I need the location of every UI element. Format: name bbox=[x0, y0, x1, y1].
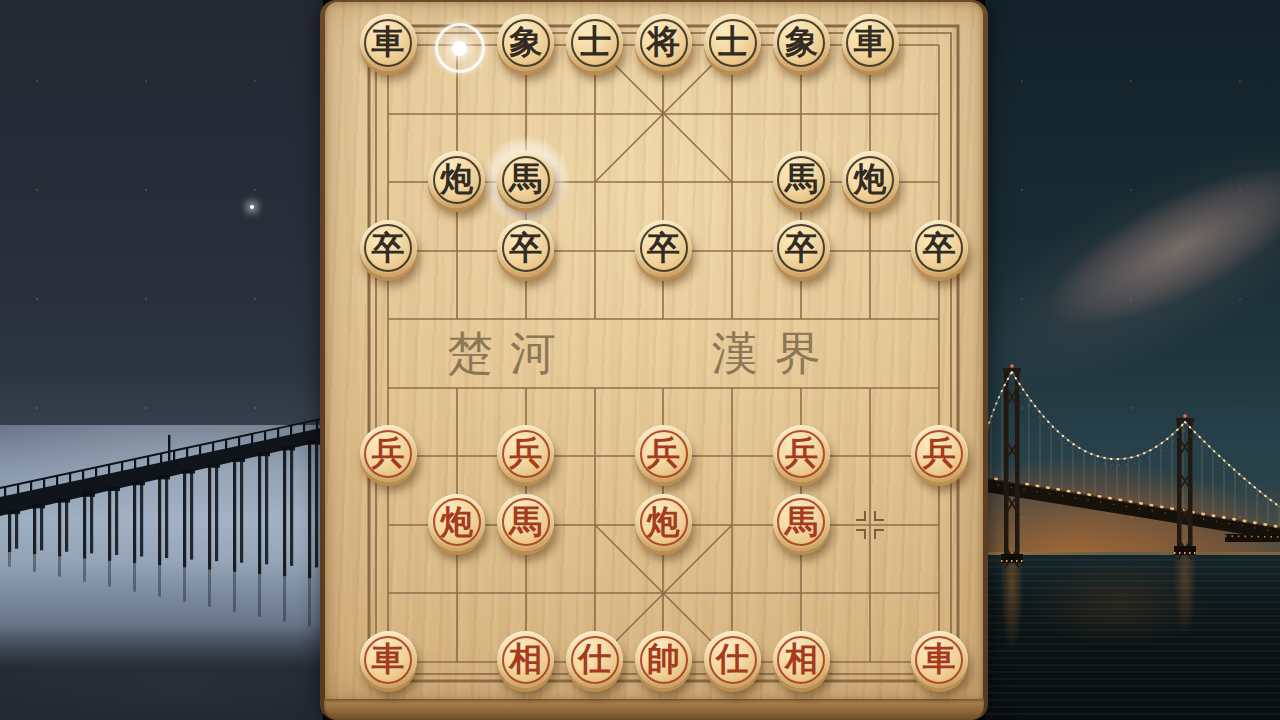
piece-disc: 士 bbox=[566, 14, 623, 71]
piece-glyph: 車 bbox=[360, 13, 417, 70]
piece-red-horse[interactable]: 馬 bbox=[773, 494, 830, 551]
piece-red-horse[interactable]: 馬 bbox=[497, 494, 554, 551]
piece-black-horse[interactable]: 馬 bbox=[497, 151, 554, 208]
piece-red-chariot[interactable]: 車 bbox=[360, 631, 417, 688]
piece-disc: 兵 bbox=[911, 425, 968, 482]
pier-silhouette bbox=[0, 0, 323, 720]
piece-glyph: 相 bbox=[497, 630, 554, 687]
piece-black-cannon[interactable]: 炮 bbox=[842, 151, 899, 208]
background-left-pier bbox=[0, 0, 323, 720]
piece-disc: 卒 bbox=[635, 220, 692, 277]
piece-glyph: 仕 bbox=[566, 630, 623, 687]
piece-glyph: 馬 bbox=[773, 493, 830, 550]
piece-glyph: 車 bbox=[842, 13, 899, 70]
bridge-silhouette bbox=[985, 0, 1280, 720]
piece-black-soldier[interactable]: 卒 bbox=[773, 220, 830, 277]
piece-glyph: 馬 bbox=[497, 150, 554, 207]
piece-disc: 士 bbox=[704, 14, 761, 71]
last-move-point-marker bbox=[850, 505, 890, 545]
piece-red-advisor[interactable]: 仕 bbox=[704, 631, 761, 688]
piece-disc: 卒 bbox=[773, 220, 830, 277]
piece-disc: 兵 bbox=[360, 425, 417, 482]
piece-red-soldier[interactable]: 兵 bbox=[360, 425, 417, 482]
piece-glyph: 卒 bbox=[635, 219, 692, 276]
piece-red-chariot[interactable]: 車 bbox=[911, 631, 968, 688]
piece-disc: 馬 bbox=[497, 151, 554, 208]
piece-disc: 象 bbox=[773, 14, 830, 71]
piece-disc: 炮 bbox=[428, 494, 485, 551]
piece-black-soldier[interactable]: 卒 bbox=[635, 220, 692, 277]
piece-black-horse[interactable]: 馬 bbox=[773, 151, 830, 208]
piece-disc: 馬 bbox=[773, 151, 830, 208]
piece-glyph: 馬 bbox=[497, 493, 554, 550]
piece-glyph: 象 bbox=[773, 13, 830, 70]
piece-red-general[interactable]: 帥 bbox=[635, 631, 692, 688]
piece-disc: 兵 bbox=[497, 425, 554, 482]
piece-red-advisor[interactable]: 仕 bbox=[566, 631, 623, 688]
piece-black-advisor[interactable]: 士 bbox=[566, 14, 623, 71]
piece-black-cannon[interactable]: 炮 bbox=[428, 151, 485, 208]
piece-layer: 車象士将士象車炮馬馬炮卒卒卒卒卒兵兵兵兵兵炮馬炮馬車相仕帥仕相車 bbox=[320, 0, 988, 720]
last-move-origin-glow bbox=[435, 23, 485, 73]
piece-black-general[interactable]: 将 bbox=[635, 14, 692, 71]
piece-glyph: 炮 bbox=[428, 493, 485, 550]
piece-red-elephant[interactable]: 相 bbox=[497, 631, 554, 688]
piece-glyph: 車 bbox=[360, 630, 417, 687]
piece-red-soldier[interactable]: 兵 bbox=[773, 425, 830, 482]
piece-glyph: 士 bbox=[704, 13, 761, 70]
piece-disc: 象 bbox=[497, 14, 554, 71]
piece-black-soldier[interactable]: 卒 bbox=[911, 220, 968, 277]
piece-black-advisor[interactable]: 士 bbox=[704, 14, 761, 71]
piece-glyph: 馬 bbox=[773, 150, 830, 207]
xiangqi-board: 楚河 漢界 車象士将士象車炮馬馬炮卒卒卒卒卒兵兵兵兵兵炮馬炮馬車相仕帥仕相車 bbox=[320, 0, 988, 720]
piece-glyph: 車 bbox=[911, 630, 968, 687]
piece-disc: 炮 bbox=[842, 151, 899, 208]
piece-disc: 相 bbox=[497, 631, 554, 688]
piece-black-soldier[interactable]: 卒 bbox=[497, 220, 554, 277]
piece-disc: 相 bbox=[773, 631, 830, 688]
piece-disc: 炮 bbox=[428, 151, 485, 208]
piece-disc: 車 bbox=[360, 631, 417, 688]
piece-red-cannon[interactable]: 炮 bbox=[428, 494, 485, 551]
piece-glyph: 兵 bbox=[360, 424, 417, 481]
piece-disc: 卒 bbox=[360, 220, 417, 277]
piece-black-chariot[interactable]: 車 bbox=[842, 14, 899, 71]
piece-disc: 車 bbox=[911, 631, 968, 688]
piece-glyph: 帥 bbox=[635, 630, 692, 687]
game-screen: 楚河 漢界 車象士将士象車炮馬馬炮卒卒卒卒卒兵兵兵兵兵炮馬炮馬車相仕帥仕相車 bbox=[0, 0, 1280, 720]
board-front-edge bbox=[324, 699, 984, 720]
piece-disc: 帥 bbox=[635, 631, 692, 688]
piece-disc: 馬 bbox=[497, 494, 554, 551]
piece-glyph: 将 bbox=[635, 13, 692, 70]
piece-glyph: 兵 bbox=[773, 424, 830, 481]
piece-disc: 卒 bbox=[911, 220, 968, 277]
piece-glyph: 炮 bbox=[842, 150, 899, 207]
piece-glyph: 炮 bbox=[635, 493, 692, 550]
piece-black-elephant[interactable]: 象 bbox=[497, 14, 554, 71]
piece-red-soldier[interactable]: 兵 bbox=[635, 425, 692, 482]
piece-disc: 仕 bbox=[704, 631, 761, 688]
piece-red-soldier[interactable]: 兵 bbox=[911, 425, 968, 482]
piece-disc: 車 bbox=[360, 14, 417, 71]
piece-disc: 仕 bbox=[566, 631, 623, 688]
piece-glyph: 兵 bbox=[635, 424, 692, 481]
piece-disc: 車 bbox=[842, 14, 899, 71]
piece-glyph: 象 bbox=[497, 13, 554, 70]
piece-glyph: 相 bbox=[773, 630, 830, 687]
piece-disc: 卒 bbox=[497, 220, 554, 277]
background-right-bridge bbox=[985, 0, 1280, 720]
piece-disc: 兵 bbox=[773, 425, 830, 482]
piece-red-elephant[interactable]: 相 bbox=[773, 631, 830, 688]
piece-glyph: 兵 bbox=[911, 424, 968, 481]
piece-disc: 馬 bbox=[773, 494, 830, 551]
piece-glyph: 炮 bbox=[428, 150, 485, 207]
piece-glyph: 卒 bbox=[773, 219, 830, 276]
piece-black-soldier[interactable]: 卒 bbox=[360, 220, 417, 277]
piece-glyph: 卒 bbox=[497, 219, 554, 276]
piece-glyph: 兵 bbox=[497, 424, 554, 481]
piece-disc: 将 bbox=[635, 14, 692, 71]
piece-glyph: 卒 bbox=[360, 219, 417, 276]
piece-red-cannon[interactable]: 炮 bbox=[635, 494, 692, 551]
piece-disc: 炮 bbox=[635, 494, 692, 551]
piece-black-chariot[interactable]: 車 bbox=[360, 14, 417, 71]
piece-glyph: 仕 bbox=[704, 630, 761, 687]
piece-glyph: 卒 bbox=[911, 219, 968, 276]
piece-red-soldier[interactable]: 兵 bbox=[497, 425, 554, 482]
piece-disc: 兵 bbox=[635, 425, 692, 482]
piece-glyph: 士 bbox=[566, 13, 623, 70]
piece-black-elephant[interactable]: 象 bbox=[773, 14, 830, 71]
